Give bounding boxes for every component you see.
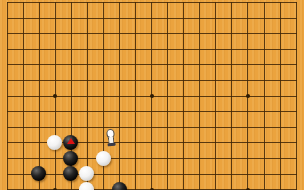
black-stone [63,166,78,181]
star-point [246,188,250,190]
last-move-marker-triangle [67,138,75,144]
star-point [150,188,154,190]
white-stone [96,151,111,166]
grid-line-horizontal [7,158,297,159]
white-stone [79,182,94,190]
grid-line-horizontal [7,18,297,19]
white-stone [79,166,94,181]
grid-line-horizontal [7,111,297,112]
black-stone [63,151,78,166]
star-point [53,188,57,190]
grid-line-horizontal [7,174,297,175]
grid-line-horizontal [7,33,297,34]
grid-line-horizontal [7,49,297,50]
grid-line-horizontal [7,64,297,65]
star-point [53,94,57,98]
black-stone [31,166,46,181]
white-stone [47,135,62,150]
go-app-screenshot [0,0,304,190]
black-stone [63,135,78,150]
stone-placement-cursor-icon [104,128,118,148]
black-stone [112,182,127,190]
star-point [150,94,154,98]
grid-line-horizontal [7,80,297,81]
grid-line-horizontal [7,2,297,3]
grid-line-horizontal [7,127,297,128]
cursor-cuff [107,143,115,147]
go-board[interactable] [0,0,304,190]
star-point [246,94,250,98]
